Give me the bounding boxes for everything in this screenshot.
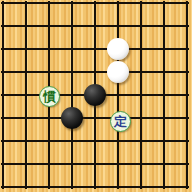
grid-line-vertical [163,1,165,189]
grid-line-horizontal [1,186,189,188]
grid-line-horizontal [1,163,189,165]
white-stone [107,61,129,83]
go-app-screen: 慣定 [0,0,192,192]
grid-line-vertical [186,1,188,189]
grid-line-vertical [117,1,119,189]
grid-line-horizontal [1,117,189,119]
move-label-text: 定 [114,115,127,128]
grid-line-horizontal [1,140,189,142]
black-stone [84,84,106,106]
move-label-text: 慣 [43,90,56,103]
move-label[interactable]: 慣 [39,86,60,107]
white-stone [107,38,129,60]
move-label[interactable]: 定 [110,111,131,132]
black-stone [61,107,83,129]
grid-line-vertical [140,1,142,189]
go-board[interactable]: 慣定 [0,0,192,192]
